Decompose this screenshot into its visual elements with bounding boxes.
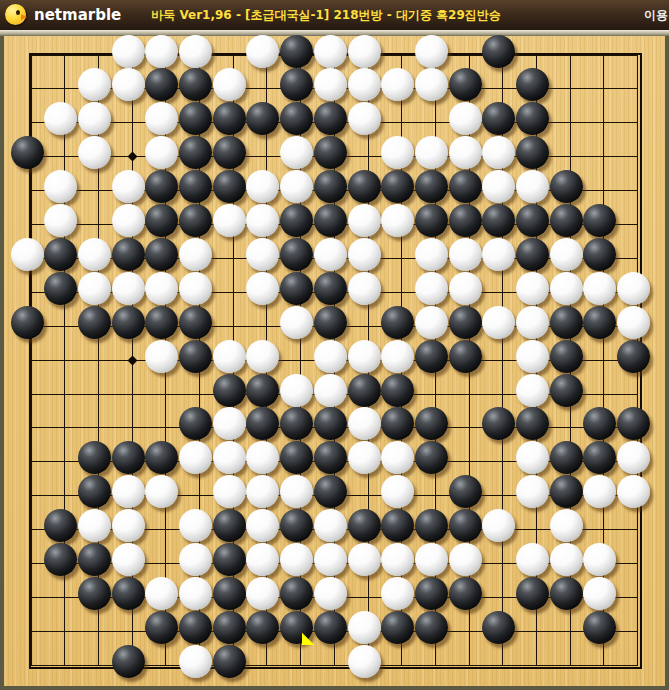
stone-white[interactable]: [348, 68, 381, 101]
stone-black[interactable]: [415, 577, 448, 610]
stone-black[interactable]: [280, 272, 313, 305]
stone-black[interactable]: [314, 441, 347, 474]
stone-black[interactable]: [550, 577, 583, 610]
stone-black[interactable]: [449, 340, 482, 373]
stone-black[interactable]: [280, 204, 313, 237]
stone-white[interactable]: [550, 509, 583, 542]
stone-black[interactable]: [516, 136, 549, 169]
stone-black[interactable]: [381, 306, 414, 339]
stone-white[interactable]: [213, 340, 246, 373]
title-bar: netmarble 바둑 Ver1,96 - [초급대국실-1] 218번방 -…: [0, 0, 669, 30]
stone-white[interactable]: [348, 272, 381, 305]
stone-white[interactable]: [516, 543, 549, 576]
stone-white[interactable]: [112, 204, 145, 237]
stone-white[interactable]: [415, 238, 448, 271]
stone-white[interactable]: [314, 543, 347, 576]
stone-black[interactable]: [213, 645, 246, 678]
stone-white[interactable]: [179, 645, 212, 678]
stone-white[interactable]: [415, 543, 448, 576]
stone-white[interactable]: [482, 238, 515, 271]
stone-white[interactable]: [415, 136, 448, 169]
stone-white[interactable]: [449, 272, 482, 305]
stone-black[interactable]: [482, 35, 515, 68]
stone-black[interactable]: [550, 441, 583, 474]
stone-black[interactable]: [44, 543, 77, 576]
stone-white[interactable]: [617, 306, 650, 339]
stone-black[interactable]: [314, 611, 347, 644]
stone-black[interactable]: [213, 543, 246, 576]
stone-black[interactable]: [449, 306, 482, 339]
stone-white[interactable]: [112, 475, 145, 508]
stone-white[interactable]: [348, 611, 381, 644]
stone-black[interactable]: [314, 136, 347, 169]
stone-black[interactable]: [314, 170, 347, 203]
stone-white[interactable]: [314, 509, 347, 542]
stone-white[interactable]: [381, 543, 414, 576]
stone-black[interactable]: [314, 407, 347, 440]
stone-white[interactable]: [11, 238, 44, 271]
stone-black[interactable]: [213, 136, 246, 169]
stone-black[interactable]: [314, 272, 347, 305]
stone-black[interactable]: [213, 611, 246, 644]
stone-white[interactable]: [179, 509, 212, 542]
stone-black[interactable]: [381, 374, 414, 407]
stone-black[interactable]: [11, 306, 44, 339]
stone-white[interactable]: [78, 509, 111, 542]
stone-black[interactable]: [449, 475, 482, 508]
stone-black[interactable]: [381, 611, 414, 644]
stone-black[interactable]: [179, 136, 212, 169]
stone-white[interactable]: [44, 204, 77, 237]
stone-white[interactable]: [246, 340, 279, 373]
stone-black[interactable]: [11, 136, 44, 169]
stone-white[interactable]: [516, 340, 549, 373]
stone-black[interactable]: [550, 204, 583, 237]
stone-white[interactable]: [112, 35, 145, 68]
stone-white[interactable]: [550, 238, 583, 271]
stone-white[interactable]: [415, 35, 448, 68]
stone-black[interactable]: [280, 509, 313, 542]
stone-black[interactable]: [179, 170, 212, 203]
window-title: 바둑 Ver1,96 - [초급대국실-1] 218번방 - 대기중 흑29집반…: [151, 7, 501, 24]
stone-black[interactable]: [213, 577, 246, 610]
stone-white[interactable]: [449, 102, 482, 135]
stone-white[interactable]: [280, 374, 313, 407]
go-board[interactable]: [4, 36, 665, 686]
stone-black[interactable]: [550, 340, 583, 373]
stone-white[interactable]: [246, 35, 279, 68]
stone-white[interactable]: [112, 509, 145, 542]
stone-black[interactable]: [449, 577, 482, 610]
stone-black[interactable]: [78, 577, 111, 610]
stone-white[interactable]: [348, 340, 381, 373]
brand-text: netmarble: [34, 6, 121, 24]
stone-black[interactable]: [112, 238, 145, 271]
stone-white[interactable]: [449, 238, 482, 271]
stone-white[interactable]: [516, 170, 549, 203]
stone-white[interactable]: [112, 170, 145, 203]
stone-black[interactable]: [348, 509, 381, 542]
stone-white[interactable]: [78, 136, 111, 169]
stone-black[interactable]: [314, 102, 347, 135]
stone-black[interactable]: [78, 441, 111, 474]
stone-black[interactable]: [145, 306, 178, 339]
stone-black[interactable]: [516, 577, 549, 610]
stone-white[interactable]: [179, 272, 212, 305]
stone-white[interactable]: [213, 441, 246, 474]
stone-black[interactable]: [179, 306, 212, 339]
stone-white[interactable]: [112, 543, 145, 576]
stone-black[interactable]: [415, 340, 448, 373]
stone-black[interactable]: [482, 611, 515, 644]
stone-white[interactable]: [314, 340, 347, 373]
stone-white[interactable]: [348, 238, 381, 271]
stone-black[interactable]: [246, 611, 279, 644]
stone-white[interactable]: [516, 374, 549, 407]
stone-white[interactable]: [112, 272, 145, 305]
stone-white[interactable]: [415, 306, 448, 339]
stone-black[interactable]: [415, 611, 448, 644]
netmarble-baduk-window: netmarble 바둑 Ver1,96 - [초급대국실-1] 218번방 -…: [0, 0, 669, 690]
stone-white[interactable]: [112, 68, 145, 101]
stone-white[interactable]: [550, 272, 583, 305]
stone-black[interactable]: [550, 374, 583, 407]
stone-black[interactable]: [415, 509, 448, 542]
stone-white[interactable]: [348, 204, 381, 237]
stone-black[interactable]: [112, 645, 145, 678]
stone-white[interactable]: [314, 374, 347, 407]
stone-white[interactable]: [617, 272, 650, 305]
stone-black[interactable]: [449, 170, 482, 203]
stone-black[interactable]: [280, 577, 313, 610]
stone-black[interactable]: [449, 509, 482, 542]
stone-white[interactable]: [449, 136, 482, 169]
stone-black[interactable]: [415, 170, 448, 203]
stone-black[interactable]: [348, 170, 381, 203]
stone-white[interactable]: [348, 543, 381, 576]
stone-black[interactable]: [112, 306, 145, 339]
stone-white[interactable]: [179, 543, 212, 576]
stone-white[interactable]: [314, 68, 347, 101]
logo-eye: [16, 10, 20, 15]
netmarble-chick-logo-icon: [5, 4, 27, 26]
stone-black[interactable]: [617, 340, 650, 373]
stone-black[interactable]: [145, 611, 178, 644]
stone-black[interactable]: [415, 204, 448, 237]
stone-white[interactable]: [179, 238, 212, 271]
stone-white[interactable]: [381, 577, 414, 610]
stone-white[interactable]: [213, 475, 246, 508]
stone-white[interactable]: [516, 272, 549, 305]
stone-black[interactable]: [314, 204, 347, 237]
stone-white[interactable]: [145, 272, 178, 305]
stone-white[interactable]: [78, 102, 111, 135]
stone-black[interactable]: [583, 611, 616, 644]
stone-white[interactable]: [583, 272, 616, 305]
stone-black[interactable]: [78, 543, 111, 576]
stone-white[interactable]: [314, 35, 347, 68]
stone-white[interactable]: [145, 577, 178, 610]
stone-black[interactable]: [78, 306, 111, 339]
stone-black[interactable]: [550, 306, 583, 339]
stone-white[interactable]: [381, 340, 414, 373]
stone-black[interactable]: [415, 441, 448, 474]
stone-white[interactable]: [617, 441, 650, 474]
stone-black[interactable]: [516, 204, 549, 237]
stone-black[interactable]: [348, 374, 381, 407]
logo-beak: [21, 14, 27, 20]
stone-black[interactable]: [78, 475, 111, 508]
stone-white[interactable]: [145, 35, 178, 68]
stone-black[interactable]: [44, 272, 77, 305]
stone-black[interactable]: [449, 68, 482, 101]
stone-white[interactable]: [213, 68, 246, 101]
stone-black[interactable]: [550, 170, 583, 203]
stone-black[interactable]: [112, 577, 145, 610]
stone-white[interactable]: [280, 543, 313, 576]
stone-white[interactable]: [246, 272, 279, 305]
stone-black[interactable]: [145, 238, 178, 271]
stone-white[interactable]: [516, 306, 549, 339]
stone-black[interactable]: [516, 238, 549, 271]
stone-white[interactable]: [314, 238, 347, 271]
stone-black[interactable]: [213, 374, 246, 407]
stone-white[interactable]: [145, 340, 178, 373]
stone-black[interactable]: [213, 102, 246, 135]
stone-white[interactable]: [78, 238, 111, 271]
stone-white[interactable]: [348, 441, 381, 474]
stone-white[interactable]: [213, 407, 246, 440]
stone-black[interactable]: [449, 204, 482, 237]
stone-black[interactable]: [617, 407, 650, 440]
stone-black[interactable]: [246, 374, 279, 407]
stone-white[interactable]: [179, 35, 212, 68]
stone-black[interactable]: [280, 35, 313, 68]
stone-black[interactable]: [583, 306, 616, 339]
stone-black[interactable]: [112, 441, 145, 474]
stone-white[interactable]: [381, 204, 414, 237]
stone-black[interactable]: [213, 509, 246, 542]
stone-black[interactable]: [179, 611, 212, 644]
stone-black[interactable]: [314, 306, 347, 339]
stone-black[interactable]: [280, 238, 313, 271]
stone-white[interactable]: [415, 272, 448, 305]
title-right-link[interactable]: 이용: [644, 7, 668, 24]
stone-white[interactable]: [314, 577, 347, 610]
stone-white[interactable]: [348, 645, 381, 678]
stone-white[interactable]: [78, 272, 111, 305]
stone-white[interactable]: [348, 102, 381, 135]
stone-black[interactable]: [314, 475, 347, 508]
stone-white[interactable]: [280, 306, 313, 339]
stone-white[interactable]: [550, 543, 583, 576]
stone-white[interactable]: [348, 407, 381, 440]
stone-white[interactable]: [617, 475, 650, 508]
stone-white[interactable]: [449, 543, 482, 576]
stone-white[interactable]: [213, 204, 246, 237]
stone-black[interactable]: [179, 204, 212, 237]
stone-white[interactable]: [516, 475, 549, 508]
stone-black[interactable]: [213, 170, 246, 203]
stone-white[interactable]: [179, 577, 212, 610]
stone-white[interactable]: [482, 306, 515, 339]
stone-black[interactable]: [44, 238, 77, 271]
stone-black[interactable]: [179, 340, 212, 373]
stone-white[interactable]: [348, 35, 381, 68]
stone-white[interactable]: [280, 170, 313, 203]
stone-black[interactable]: [550, 475, 583, 508]
